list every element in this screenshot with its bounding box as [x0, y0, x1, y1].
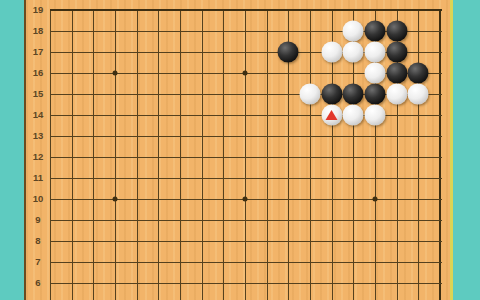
stone-white-Q17	[365, 42, 386, 63]
last-move-triangle-marker	[326, 110, 338, 120]
stone-white-P14	[343, 105, 364, 126]
grid-hline-6	[50, 283, 442, 284]
row-label-18: 18	[27, 26, 49, 36]
stone-black-O15	[321, 84, 342, 105]
grid-vline-A	[50, 10, 51, 300]
stone-white-S15	[408, 84, 429, 105]
grid-vline-L	[267, 10, 268, 300]
stone-white-R15	[386, 84, 407, 105]
stone-black-S16	[408, 63, 429, 84]
grid-hline-7	[50, 262, 442, 263]
row-label-6: 6	[27, 278, 49, 288]
grid-hline-12	[50, 157, 442, 158]
row-label-10: 10	[27, 194, 49, 204]
stone-black-R18	[386, 21, 407, 42]
stone-black-P15	[343, 84, 364, 105]
grid-vline-N	[310, 10, 311, 300]
star-point-D16	[113, 71, 118, 76]
star-point-K10	[243, 197, 248, 202]
grid-hline-13	[50, 136, 442, 137]
row-label-9: 9	[27, 215, 49, 225]
row-label-13: 13	[27, 131, 49, 141]
row-label-12: 12	[27, 152, 49, 162]
go-board[interactable]: 191817161514131211109876	[24, 0, 453, 300]
grid-vline-H	[202, 10, 203, 300]
grid-vline-C	[93, 10, 94, 300]
grid-vline-E	[137, 10, 138, 300]
row-label-15: 15	[27, 89, 49, 99]
grid-hline-19	[50, 9, 442, 11]
grid-vline-D	[115, 10, 116, 300]
stone-white-N15	[300, 84, 321, 105]
stone-black-R17	[386, 42, 407, 63]
screen: 191817161514131211109876	[0, 0, 480, 300]
stone-white-P18	[343, 21, 364, 42]
row-label-19: 19	[27, 5, 49, 15]
grid-vline-J	[223, 10, 224, 300]
star-point-Q10	[373, 197, 378, 202]
row-label-14: 14	[27, 110, 49, 120]
row-label-17: 17	[27, 47, 49, 57]
stone-white-O14	[321, 105, 342, 126]
stone-black-Q15	[365, 84, 386, 105]
stone-white-O17	[321, 42, 342, 63]
stone-white-Q14	[365, 105, 386, 126]
grid-vline-B	[72, 10, 73, 300]
row-label-7: 7	[27, 257, 49, 267]
stone-black-R16	[386, 63, 407, 84]
row-label-16: 16	[27, 68, 49, 78]
star-point-D10	[113, 197, 118, 202]
star-point-K16	[243, 71, 248, 76]
stone-black-M17	[278, 42, 299, 63]
grid-vline-F	[158, 10, 159, 300]
grid-hline-9	[50, 220, 442, 221]
stone-white-Q16	[365, 63, 386, 84]
row-label-11: 11	[27, 173, 49, 183]
grid-vline-K	[245, 10, 246, 300]
grid-vline-T	[439, 10, 441, 300]
stone-black-Q18	[365, 21, 386, 42]
row-label-8: 8	[27, 236, 49, 246]
grid-hline-11	[50, 178, 442, 179]
stone-white-P17	[343, 42, 364, 63]
grid-hline-8	[50, 241, 442, 242]
grid-vline-S	[418, 10, 419, 300]
grid-vline-G	[180, 10, 181, 300]
